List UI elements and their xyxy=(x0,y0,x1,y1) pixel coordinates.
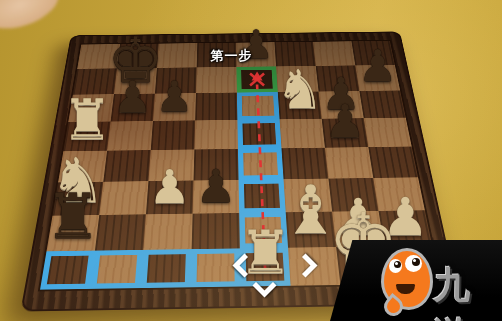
square-e7[interactable] xyxy=(236,66,277,92)
piece-bP-g5[interactable]: ♟ xyxy=(325,99,366,145)
square-b3[interactable] xyxy=(99,181,148,215)
mascot-mouth xyxy=(396,284,415,294)
piece-bR-a2[interactable]: ♜ xyxy=(45,185,101,247)
piece-bP-b6[interactable]: ♟ xyxy=(113,75,152,119)
table-corner-object xyxy=(0,0,65,37)
square-a1[interactable] xyxy=(40,251,95,290)
square-e4[interactable] xyxy=(238,148,284,180)
square-h6[interactable] xyxy=(359,90,405,118)
square-h5[interactable] xyxy=(364,118,412,147)
square-e6[interactable] xyxy=(237,92,280,120)
square-h4[interactable] xyxy=(368,147,418,178)
square-b4[interactable] xyxy=(103,150,150,182)
square-d2[interactable] xyxy=(192,213,240,249)
square-d7[interactable] xyxy=(196,67,237,93)
square-d5[interactable] xyxy=(194,120,238,150)
square-c5[interactable] xyxy=(151,120,195,150)
square-b2[interactable] xyxy=(95,214,146,250)
watermark-brand-text: 九游 xyxy=(432,259,502,321)
square-b5[interactable] xyxy=(107,121,153,151)
9game-mascot-icon xyxy=(384,251,430,307)
square-f5[interactable] xyxy=(280,119,325,149)
square-d1[interactable] xyxy=(191,248,241,287)
watermark-banner: 九游 xyxy=(330,240,502,321)
mascot-tail xyxy=(384,297,402,315)
mascot-right-eye xyxy=(405,255,422,272)
piece-bP-c6[interactable]: ♟ xyxy=(156,76,194,118)
piece-wR-a5[interactable]: ♜ xyxy=(62,92,112,148)
square-c1[interactable] xyxy=(140,249,191,288)
piece-bP-h7[interactable]: ♟ xyxy=(358,44,397,88)
square-c2[interactable] xyxy=(143,214,192,250)
square-d6[interactable] xyxy=(195,93,237,121)
square-b1[interactable] xyxy=(90,250,143,289)
piece-wP-c3[interactable]: ♟ xyxy=(149,164,191,211)
mascot-left-eye xyxy=(389,259,402,273)
square-e3[interactable] xyxy=(239,179,286,213)
square-e5[interactable] xyxy=(237,119,281,149)
scene: ♟♚♟♟♟♞♟♜♟♞♟♟♜♝♟♟♜♚ 第一步 九游 xyxy=(0,0,502,321)
step-label: 第一步 xyxy=(210,47,252,65)
piece-wN-f6[interactable]: ♞ xyxy=(276,63,324,117)
piece-bP-d3[interactable]: ♟ xyxy=(195,165,236,211)
